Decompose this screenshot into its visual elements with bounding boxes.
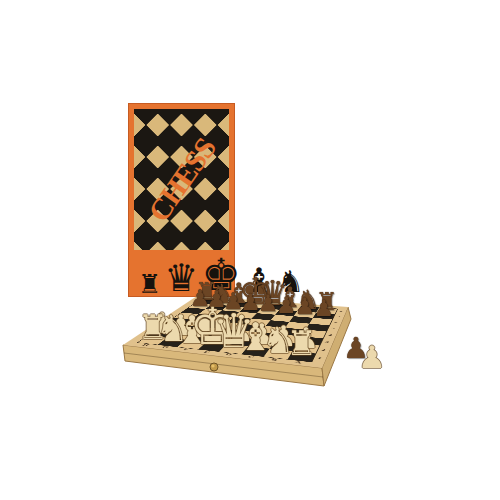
rank-label: 8 bbox=[339, 311, 343, 313]
rank-label: 6 bbox=[334, 322, 338, 324]
board-underbody bbox=[0, 0, 500, 500]
rank-label: 1 bbox=[317, 357, 322, 360]
rank-label: 3 bbox=[325, 341, 330, 344]
rank-label: 4 bbox=[328, 334, 332, 336]
brass-clasp-pin bbox=[211, 364, 214, 367]
piece-dark-pawn[interactable]: ♟ bbox=[294, 295, 315, 318]
piece-dark-pawn[interactable]: ♟ bbox=[314, 297, 335, 320]
spare-pawn-light[interactable]: ♟ bbox=[358, 342, 386, 373]
rank-label: 7 bbox=[337, 316, 341, 318]
rank-label: 5 bbox=[331, 328, 335, 330]
product-photo-scene: CHESS ♜♛♚♝♞ HGFEDCBA12345678 ♜♞♝♚♟♛♟♝♟♞♟… bbox=[0, 0, 500, 500]
rank-label: 2 bbox=[321, 349, 326, 352]
piece-light-rook[interactable]: ♜ bbox=[286, 327, 316, 361]
piece-dark-pawn[interactable]: ♟ bbox=[276, 294, 297, 317]
